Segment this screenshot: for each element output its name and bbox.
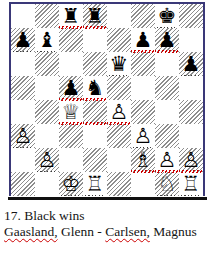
piece-white-pawn-h2: ♙ [179, 148, 203, 172]
player-name: Gaasland, [4, 224, 58, 239]
piece-black-pawn-g7: ♟ [155, 28, 179, 52]
square-f3[interactable]: ♙ [131, 124, 155, 148]
square-e1[interactable] [107, 172, 131, 196]
square-b3[interactable] [35, 124, 59, 148]
square-h5[interactable] [179, 76, 203, 100]
chess-board-frame: ♜♜♚♟♝♟♟♛♟♟♞♕♙♙♙♙♗♙♙♔♖♘♖ [9, 2, 205, 196]
square-d3[interactable] [83, 124, 107, 148]
piece-white-king-c1: ♔ [59, 172, 83, 196]
square-h8[interactable] [179, 4, 203, 28]
caption: 17. Black wins Gaasland, Glenn - Carlsen… [4, 208, 218, 240]
players-caption: Gaasland, Glenn - Carlsen, Magnus [4, 224, 218, 240]
piece-white-pawn-f3: ♙ [131, 124, 155, 148]
piece-black-pawn-f7: ♟ [131, 28, 155, 52]
square-h6[interactable]: ♟ [179, 52, 203, 76]
square-g3[interactable] [155, 124, 179, 148]
square-h4[interactable] [179, 100, 203, 124]
player-name: Carlsen, [105, 224, 150, 239]
square-h2[interactable]: ♙ [179, 148, 203, 172]
square-b8[interactable] [35, 4, 59, 28]
square-g4[interactable] [155, 100, 179, 124]
square-b1[interactable] [35, 172, 59, 196]
square-a7[interactable]: ♟ [11, 28, 35, 52]
square-h7[interactable] [179, 28, 203, 52]
piece-black-pawn-h6: ♟ [179, 52, 203, 76]
square-a4[interactable] [11, 100, 35, 124]
square-d2[interactable] [83, 148, 107, 172]
square-d1[interactable]: ♖ [83, 172, 107, 196]
square-g2[interactable]: ♙ [155, 148, 179, 172]
square-e4[interactable]: ♙ [107, 100, 131, 124]
piece-white-rook-h1: ♖ [179, 172, 203, 196]
piece-black-rook-c8: ♜ [59, 4, 83, 28]
square-c7[interactable] [59, 28, 83, 52]
square-a2[interactable] [11, 148, 35, 172]
piece-white-pawn-e4: ♙ [107, 100, 131, 124]
square-f7[interactable]: ♟ [131, 28, 155, 52]
square-f4[interactable] [131, 100, 155, 124]
square-e8[interactable] [107, 4, 131, 28]
square-c6[interactable] [59, 52, 83, 76]
board-bottom-rule [8, 197, 207, 200]
square-f5[interactable] [131, 76, 155, 100]
square-h1[interactable]: ♖ [179, 172, 203, 196]
square-c3[interactable] [59, 124, 83, 148]
square-e2[interactable] [107, 148, 131, 172]
piece-white-bishop-f2: ♗ [131, 148, 155, 172]
square-d8[interactable]: ♜ [83, 4, 107, 28]
square-c8[interactable]: ♜ [59, 4, 83, 28]
square-g6[interactable] [155, 52, 179, 76]
piece-white-queen-c4: ♕ [59, 100, 83, 124]
piece-black-king-g8: ♚ [155, 4, 179, 28]
square-c1[interactable]: ♔ [59, 172, 83, 196]
square-f2[interactable]: ♗ [131, 148, 155, 172]
square-d7[interactable] [83, 28, 107, 52]
square-e6[interactable]: ♛ [107, 52, 131, 76]
square-a6[interactable] [11, 52, 35, 76]
square-a3[interactable]: ♙ [11, 124, 35, 148]
square-g1[interactable]: ♘ [155, 172, 179, 196]
square-d4[interactable] [83, 100, 107, 124]
piece-black-queen-e6: ♛ [107, 52, 131, 76]
piece-white-knight-g1: ♘ [155, 172, 179, 196]
square-c2[interactable] [59, 148, 83, 172]
piece-black-knight-d5: ♞ [83, 76, 107, 100]
document-page: ♜♜♚♟♝♟♟♛♟♟♞♕♙♙♙♙♗♙♙♔♖♘♖ 17. Black wins G… [0, 0, 220, 253]
square-a5[interactable] [11, 76, 35, 100]
piece-black-bishop-b7: ♝ [35, 28, 59, 52]
piece-white-pawn-b2: ♙ [35, 148, 59, 172]
piece-white-pawn-g2: ♙ [155, 148, 179, 172]
square-g5[interactable] [155, 76, 179, 100]
square-c4[interactable]: ♕ [59, 100, 83, 124]
square-b5[interactable] [35, 76, 59, 100]
square-d6[interactable] [83, 52, 107, 76]
square-a8[interactable] [11, 4, 35, 28]
square-e7[interactable] [107, 28, 131, 52]
piece-black-pawn-a7: ♟ [11, 28, 35, 52]
chess-board: ♜♜♚♟♝♟♟♛♟♟♞♕♙♙♙♙♗♙♙♔♖♘♖ [11, 4, 203, 196]
square-a1[interactable] [11, 172, 35, 196]
piece-white-rook-d1: ♖ [83, 172, 107, 196]
square-b2[interactable]: ♙ [35, 148, 59, 172]
square-g8[interactable]: ♚ [155, 4, 179, 28]
square-c5[interactable]: ♟ [59, 76, 83, 100]
square-b7[interactable]: ♝ [35, 28, 59, 52]
puzzle-caption: 17. Black wins [4, 208, 218, 224]
square-f1[interactable] [131, 172, 155, 196]
piece-black-rook-d8: ♜ [83, 4, 107, 28]
square-h3[interactable] [179, 124, 203, 148]
piece-white-pawn-a3: ♙ [11, 124, 35, 148]
square-f8[interactable] [131, 4, 155, 28]
square-e3[interactable] [107, 124, 131, 148]
square-b4[interactable] [35, 100, 59, 124]
square-g7[interactable]: ♟ [155, 28, 179, 52]
square-b6[interactable] [35, 52, 59, 76]
square-f6[interactable] [131, 52, 155, 76]
piece-black-pawn-c5: ♟ [59, 76, 83, 100]
caption-text: Magnus [150, 224, 197, 239]
square-d5[interactable]: ♞ [83, 76, 107, 100]
caption-text: Glenn - [58, 224, 106, 239]
square-e5[interactable] [107, 76, 131, 100]
